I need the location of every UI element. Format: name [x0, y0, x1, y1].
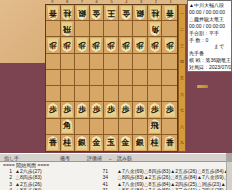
- rank-coordinates: 一二三四五六七八九: [178, 4, 186, 152]
- shogi-piece: 歩: [120, 103, 132, 117]
- board-cell[interactable]: [104, 21, 119, 37]
- pv-text: △8五歩(84)▲7八金(69)△3二金(41)▲2四歩(25)△同歩(23)▲…: [117, 187, 226, 190]
- shogi-piece: 香: [47, 136, 59, 150]
- shogi-app: 987654321 香桂銀金王金銀桂香飛角歩歩歩歩歩歩歩歩歩歩歩歩歩歩歩歩歩歩角…: [0, 0, 232, 190]
- handicap-label: 手合割：平手: [189, 30, 230, 37]
- move-number: 1: [0, 168, 12, 174]
- board-cell[interactable]: [148, 54, 163, 70]
- shogi-piece: 桂: [61, 6, 73, 20]
- board-cell[interactable]: 歩: [90, 37, 105, 53]
- made-label: まで: [189, 43, 230, 50]
- board-cell[interactable]: [46, 119, 61, 135]
- board-cell[interactable]: [119, 119, 134, 135]
- shogi-piece: 銀: [134, 6, 146, 20]
- shogi-piece: 金: [90, 6, 102, 20]
- board-cell[interactable]: [75, 54, 90, 70]
- col-move: 指し手: [4, 155, 19, 161]
- shogi-piece: 香: [47, 6, 59, 20]
- board-cell[interactable]: 歩: [90, 102, 105, 118]
- board-cell[interactable]: 桂: [148, 135, 163, 151]
- shogi-piece: 金: [120, 136, 132, 150]
- board-cell[interactable]: [75, 119, 90, 135]
- board-cell[interactable]: 銀: [133, 5, 148, 21]
- board-cell[interactable]: 歩: [75, 37, 90, 53]
- board-cell[interactable]: 王: [104, 5, 119, 21]
- move-list-header: 指し手 備考 評価値 ← 読み筋: [0, 154, 232, 162]
- board-cell[interactable]: [46, 86, 61, 102]
- move-row[interactable]: 4△8五歩(84)31△8五歩(84)▲7八金(69)△3二金(41)▲2四歩(…: [0, 187, 232, 190]
- shogi-piece: 歩: [61, 103, 73, 117]
- board-cell[interactable]: 飛: [61, 21, 76, 37]
- board-cell[interactable]: 銀: [75, 5, 90, 21]
- shogi-piece: 歩: [164, 103, 176, 117]
- board-cell[interactable]: 香: [46, 5, 61, 21]
- move-list-table: 指し手 備考 評価値 ← 読み筋 ==== 開始局面 ====1▲2六歩(27)…: [0, 153, 232, 190]
- board-cell[interactable]: [162, 21, 177, 37]
- col-eval: 評価値: [87, 155, 102, 161]
- eval-value: 71: [86, 168, 108, 174]
- board-cell[interactable]: [133, 54, 148, 70]
- board-cell[interactable]: [61, 70, 76, 86]
- board-cell[interactable]: 歩: [119, 102, 134, 118]
- game-info-panel: ▲中川大輔八段 00:00 / 00:00:00 △藤井聡太竜王 00:00 /…: [187, 0, 232, 72]
- shogi-piece: 歩: [134, 38, 146, 52]
- move-text: △8五歩(84): [15, 187, 61, 190]
- board-cell[interactable]: [104, 70, 119, 86]
- shogi-piece: 玉: [105, 136, 117, 150]
- shogi-piece: 角: [149, 22, 161, 36]
- board-cell[interactable]: [61, 54, 76, 70]
- col-pv: 読み筋: [117, 155, 132, 161]
- shogi-piece: 金: [120, 6, 132, 20]
- shogi-piece: 歩: [90, 38, 102, 52]
- board-cell[interactable]: 香: [162, 5, 177, 21]
- shogi-piece: 歩: [76, 38, 88, 52]
- sente-clock: 00:00 / 00:00:00: [189, 9, 230, 16]
- board-cell[interactable]: 歩: [162, 37, 177, 53]
- rank-label: 九: [179, 135, 185, 151]
- board-cell[interactable]: 桂: [61, 135, 76, 151]
- board-cell[interactable]: [119, 21, 134, 37]
- rank-label: 八: [179, 119, 185, 135]
- board-cell[interactable]: [162, 119, 177, 135]
- board-cell[interactable]: [104, 86, 119, 102]
- shogi-piece: 飛: [61, 22, 73, 36]
- board-cell[interactable]: [61, 86, 76, 102]
- board-cell[interactable]: 歩: [133, 102, 148, 118]
- board-cell[interactable]: [46, 70, 61, 86]
- board-cell[interactable]: 金: [90, 135, 105, 151]
- eval-value: 41: [86, 181, 108, 187]
- scrollbar-thumb[interactable]: [227, 153, 232, 162]
- col-arrow-icon: ←: [108, 155, 113, 161]
- shogi-piece: 銀: [76, 6, 88, 20]
- board-cell[interactable]: 歩: [46, 37, 61, 53]
- board-cell[interactable]: [148, 86, 163, 102]
- gote-player: △藤井聡太竜王: [189, 16, 230, 23]
- rank-label: 三: [179, 37, 185, 53]
- board-cell[interactable]: [90, 86, 105, 102]
- move-text: △8四歩(83): [15, 174, 61, 180]
- board-cell[interactable]: 歩: [61, 37, 76, 53]
- board-cell[interactable]: 歩: [148, 37, 163, 53]
- board-cell[interactable]: 歩: [148, 102, 163, 118]
- board-cell[interactable]: [90, 21, 105, 37]
- shogi-piece: 歩: [105, 103, 117, 117]
- move-number: 2: [0, 174, 12, 180]
- shogi-piece: 香: [164, 6, 176, 20]
- board-cell[interactable]: 飛: [148, 119, 163, 135]
- rank-label: 五: [179, 70, 185, 86]
- board-cell[interactable]: 角: [148, 21, 163, 37]
- shogi-piece: 王: [105, 6, 117, 20]
- board-cell[interactable]: [90, 119, 105, 135]
- date-label: 対局日：2023/07/08: [189, 64, 230, 71]
- shogi-piece: 歩: [90, 103, 102, 117]
- sente-player: ▲中川大輔八段: [189, 2, 230, 9]
- board-cell[interactable]: 桂: [148, 5, 163, 21]
- gote-hand-tray[interactable]: [0, 0, 45, 63]
- board-cell[interactable]: 香: [162, 135, 177, 151]
- move-text: ▲2六歩(27): [15, 168, 61, 174]
- board-cell[interactable]: 歩: [119, 37, 134, 53]
- board-cell[interactable]: 金: [90, 5, 105, 21]
- shogi-piece: 桂: [61, 136, 73, 150]
- board-cell[interactable]: [90, 70, 105, 86]
- rank-label: 四: [179, 54, 185, 70]
- board-cell[interactable]: [119, 54, 134, 70]
- shogi-piece: 銀: [134, 136, 146, 150]
- board-cell[interactable]: [133, 21, 148, 37]
- shogi-board: 香桂銀金王金銀桂香飛角歩歩歩歩歩歩歩歩歩歩歩歩歩歩歩歩歩歩角飛香桂銀金玉金銀桂香: [45, 4, 178, 152]
- board-cell[interactable]: 銀: [75, 135, 90, 151]
- board-cell[interactable]: 歩: [104, 102, 119, 118]
- board-cell[interactable]: [75, 86, 90, 102]
- eval-value: 31: [86, 187, 108, 190]
- board-cell[interactable]: [119, 70, 134, 86]
- shogi-piece: 歩: [47, 103, 59, 117]
- eval-value: 34: [86, 174, 108, 180]
- board-cell[interactable]: 香: [46, 135, 61, 151]
- board-cell[interactable]: 銀: [133, 135, 148, 151]
- pv-text: ▲7八金(69)△8四歩(83)▲2五歩(26)△8五歩(84)▲2四歩(25)…: [117, 168, 226, 174]
- shogi-piece: 歩: [120, 38, 132, 52]
- shogi-piece: 桂: [149, 136, 161, 150]
- board-cell[interactable]: 歩: [75, 102, 90, 118]
- gote-clock: 00:00 / 00:00:00: [189, 23, 230, 30]
- pv-text: ▲7八金(69)△8五歩(84)▲2四歩(25)△同歩(23)▲同飛(28)△2…: [117, 181, 226, 187]
- board-cell[interactable]: [133, 119, 148, 135]
- col-note: 備考: [60, 155, 70, 161]
- shogi-piece: 歩: [149, 38, 161, 52]
- rank-label: 六: [179, 86, 185, 102]
- pv-text: △8四歩(83)▲2五歩(26)△8五歩(84)▲7八金(69)△3二金(41)…: [117, 174, 226, 180]
- board-cell[interactable]: [162, 54, 177, 70]
- shogi-piece: 香: [164, 136, 176, 150]
- board-cell[interactable]: [75, 70, 90, 86]
- board-cell[interactable]: 歩: [61, 102, 76, 118]
- board-cell[interactable]: 歩: [46, 102, 61, 118]
- board-cell[interactable]: 桂: [61, 5, 76, 21]
- board-cell[interactable]: 金: [119, 5, 134, 21]
- shogi-piece: 歩: [149, 103, 161, 117]
- start-position-label: ==== 開始局面 ====: [3, 162, 49, 168]
- shogi-piece: 歩: [47, 38, 59, 52]
- shogi-piece: 銀: [76, 136, 88, 150]
- shogi-piece: 飛: [149, 119, 161, 133]
- move-count-label: 手 数：0: [189, 37, 230, 44]
- sente-hand-marker: [197, 85, 208, 88]
- board-cell[interactable]: [133, 70, 148, 86]
- board-cell[interactable]: [104, 54, 119, 70]
- shogi-piece: 歩: [134, 103, 146, 117]
- board-cell[interactable]: [104, 119, 119, 135]
- event-label: 棋 戦：第36期竜王戦: [189, 57, 230, 64]
- board-cell[interactable]: [133, 86, 148, 102]
- move-number: 4: [0, 187, 12, 190]
- board-cell[interactable]: [46, 21, 61, 37]
- rank-label: 七: [179, 102, 185, 118]
- move-list-scrollbar[interactable]: [226, 153, 232, 190]
- board-cell[interactable]: [148, 70, 163, 86]
- board-cell[interactable]: 玉: [104, 135, 119, 151]
- board-cell[interactable]: 歩: [133, 37, 148, 53]
- board-cell[interactable]: [46, 54, 61, 70]
- shogi-piece: 桂: [149, 6, 161, 20]
- shogi-piece: 歩: [105, 38, 117, 52]
- board-cell[interactable]: [75, 21, 90, 37]
- board-cell[interactable]: 歩: [162, 102, 177, 118]
- board-cell[interactable]: [162, 86, 177, 102]
- shogi-piece: 角: [61, 119, 73, 133]
- shogi-piece: 金: [90, 136, 102, 150]
- rank-label: 二: [179, 21, 185, 37]
- rank-label: 一: [179, 5, 185, 21]
- board-cell[interactable]: [162, 70, 177, 86]
- turn-label: 先手番: [189, 50, 230, 57]
- board-cell[interactable]: [119, 86, 134, 102]
- board-cell[interactable]: [90, 54, 105, 70]
- shogi-piece: 歩: [164, 38, 176, 52]
- move-text: ▲2五歩(26): [15, 181, 61, 187]
- board-cell[interactable]: 金: [119, 135, 134, 151]
- board-cell[interactable]: 角: [61, 119, 76, 135]
- shogi-piece: 歩: [76, 103, 88, 117]
- shogi-piece: 歩: [61, 38, 73, 52]
- move-number: 3: [0, 181, 12, 187]
- board-cell[interactable]: 歩: [104, 37, 119, 53]
